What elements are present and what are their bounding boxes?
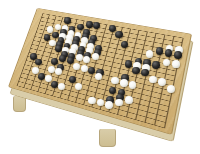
- black-stone: [174, 51, 182, 59]
- white-stone: [105, 101, 113, 109]
- white-stone: [75, 83, 82, 90]
- black-stone: [109, 25, 116, 32]
- white-stone: [58, 83, 65, 90]
- white-stone: [73, 63, 80, 70]
- black-stone: [165, 49, 173, 57]
- white-stone: [111, 77, 118, 84]
- white-stone: [83, 56, 90, 63]
- black-stone: [88, 67, 95, 74]
- black-stone: [121, 41, 128, 48]
- white-stone: [129, 81, 137, 89]
- white-stone: [115, 99, 123, 107]
- black-stone: [69, 76, 76, 83]
- white-stone: [92, 53, 99, 60]
- black-stone: [38, 73, 45, 80]
- white-stone: [172, 60, 180, 68]
- white-stone: [167, 85, 175, 93]
- white-stone: [81, 65, 88, 72]
- white-stone: [95, 73, 102, 80]
- black-stone: [59, 55, 66, 62]
- white-stone: [120, 79, 128, 87]
- black-stone: [67, 57, 74, 64]
- black-stone: [86, 21, 93, 28]
- black-stone: [109, 87, 117, 95]
- black-stone: [152, 61, 160, 69]
- white-stone: [146, 50, 153, 57]
- white-stone: [125, 96, 133, 104]
- black-stone: [141, 69, 149, 77]
- black-stone: [132, 67, 140, 75]
- white-stone: [45, 75, 52, 82]
- white-stone: [76, 54, 83, 61]
- black-stone: [156, 47, 163, 54]
- black-stone: [115, 31, 122, 38]
- black-stone: [51, 58, 58, 65]
- white-stone: [158, 78, 166, 86]
- black-stone: [125, 60, 132, 67]
- black-stone: [64, 17, 71, 24]
- white-stone: [149, 76, 157, 84]
- white-stone: [48, 66, 55, 73]
- white-stone: [88, 97, 95, 104]
- go-board-product-photo: [0, 0, 200, 154]
- stones-layer: [0, 0, 200, 154]
- black-stone: [35, 59, 42, 66]
- white-stone: [163, 59, 171, 67]
- black-stone: [51, 81, 58, 88]
- white-stone: [97, 99, 105, 107]
- black-stone: [55, 45, 62, 52]
- white-stone: [55, 68, 62, 75]
- black-stone: [93, 22, 100, 29]
